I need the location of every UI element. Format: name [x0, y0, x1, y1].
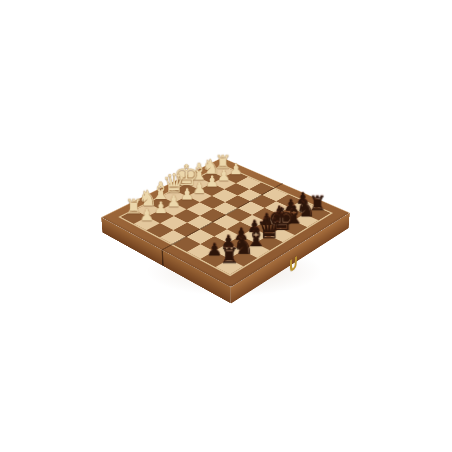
board-frame: ♜♟♟♜♞♟♟♞♝♟♟♝♚♟♟♚♛♟♟♛♝♟♟♝♞♟♟♞♜♟♟♜ [101, 157, 350, 287]
chess-box: ♜♟♟♜♞♟♟♞♝♟♟♝♚♟♟♚♛♟♟♛♝♟♟♝♞♟♟♞♜♟♟♜ [101, 157, 350, 287]
brass-clasp-icon [290, 256, 297, 272]
white-pawn: ♟ [167, 193, 181, 209]
white-pawn: ♟ [192, 180, 206, 195]
white-pawn: ♟ [153, 200, 167, 216]
scene: ♜♟♟♜♞♟♟♞♝♟♟♝♚♟♟♚♛♟♟♛♝♟♟♝♞♟♟♞♜♟♟♜ [0, 0, 452, 452]
white-pawn: ♟ [180, 187, 194, 203]
white-pawn: ♟ [229, 162, 242, 177]
white-pawn: ♟ [205, 174, 219, 189]
white-pawn: ♟ [140, 207, 155, 223]
product-photo: ♜♟♟♜♞♟♟♞♝♟♟♝♚♟♟♚♛♟♟♛♝♟♟♝♞♟♟♞♜♟♟♜ [0, 0, 452, 452]
square-a8: ♜ [215, 259, 243, 275]
black-rook: ♜ [220, 245, 240, 267]
white-pawn: ♟ [217, 168, 231, 183]
